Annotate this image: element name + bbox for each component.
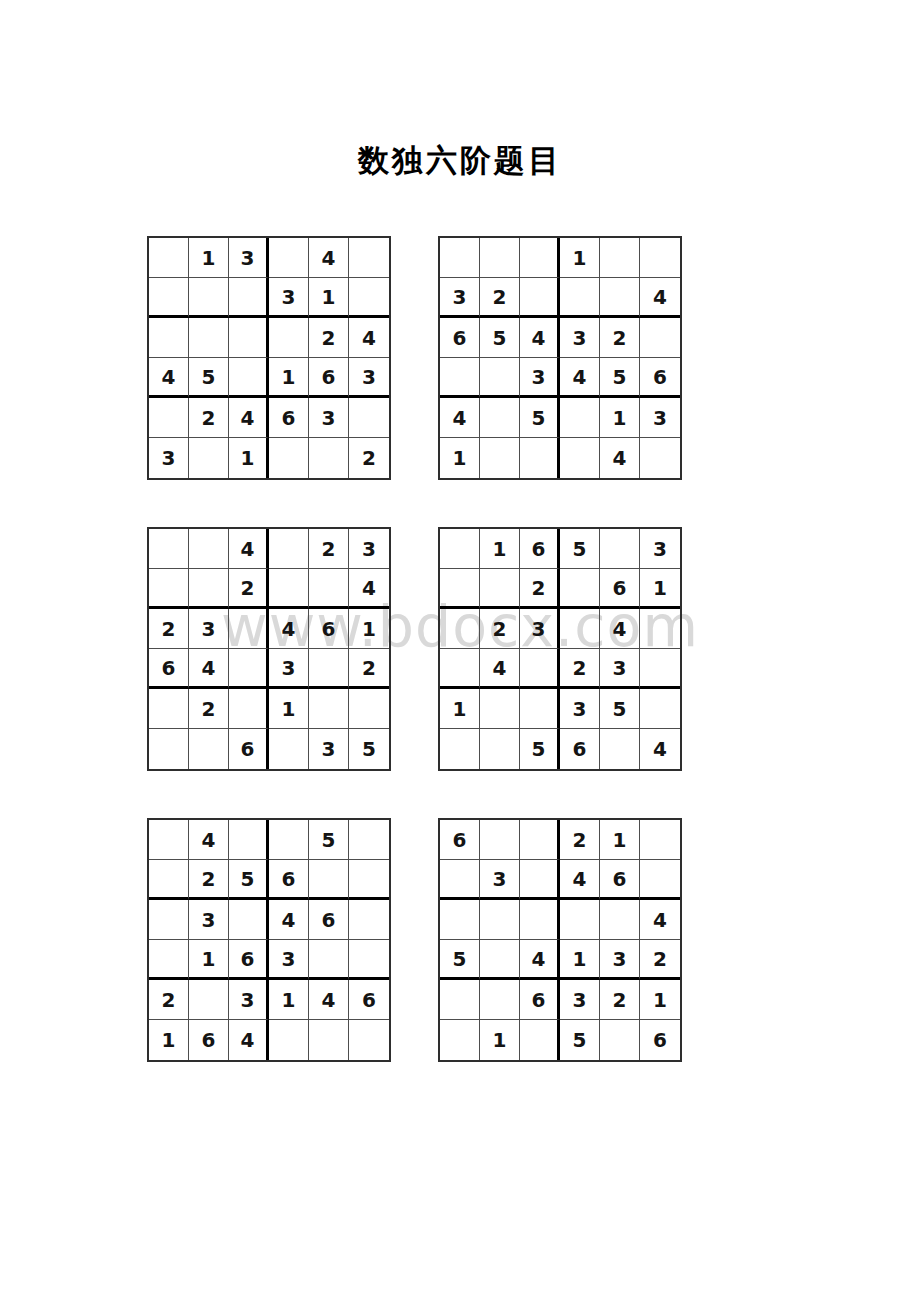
cell-r1c4-given: 2 (560, 820, 600, 860)
cell-r5c6-given: 1 (640, 980, 680, 1020)
cell-r3c6-empty (349, 900, 389, 940)
cell-r6c1-given: 1 (440, 438, 480, 478)
cell-r3c1-empty (440, 609, 480, 649)
cell-r1c1-empty (149, 238, 189, 278)
cell-r2c4-given: 4 (560, 860, 600, 900)
cell-r5c4-given: 3 (560, 689, 600, 729)
cell-r6c2-empty (480, 438, 520, 478)
cell-r1c5-empty (600, 529, 640, 569)
cell-r5c3-given: 6 (520, 980, 560, 1020)
cell-r2c1-empty (149, 860, 189, 900)
cell-r5c4-empty (560, 398, 600, 438)
cell-r6c6-given: 5 (349, 729, 389, 769)
cell-r2c2-given: 3 (480, 860, 520, 900)
cell-r1c6-empty (349, 820, 389, 860)
cell-r6c3-given: 6 (229, 729, 269, 769)
cell-r4c1-empty (440, 358, 480, 398)
cell-r4c6-given: 2 (640, 940, 680, 980)
cell-r5c6-empty (640, 689, 680, 729)
cell-r2c5-empty (309, 860, 349, 900)
cell-r1c4-empty (269, 529, 309, 569)
cell-r6c6-empty (349, 1020, 389, 1060)
cell-r5c2-empty (480, 980, 520, 1020)
cell-r4c3-empty (229, 649, 269, 689)
cell-r6c2-given: 1 (480, 1020, 520, 1060)
cell-r1c3-given: 4 (229, 529, 269, 569)
cell-r5c1-given: 4 (440, 398, 480, 438)
cell-r4c3-given: 3 (520, 358, 560, 398)
cell-r1c3-empty (520, 238, 560, 278)
cell-r3c4-empty (560, 900, 600, 940)
cell-r3c3-given: 3 (520, 609, 560, 649)
cell-r5c4-given: 3 (560, 980, 600, 1020)
cell-r6c3-given: 5 (520, 729, 560, 769)
cell-r4c5-empty (309, 940, 349, 980)
cell-r1c6-given: 3 (640, 529, 680, 569)
cell-r6c4-empty (560, 438, 600, 478)
cell-r5c5-given: 1 (600, 398, 640, 438)
cell-r1c5-given: 4 (309, 238, 349, 278)
cell-r4c2-given: 1 (189, 940, 229, 980)
cell-r1c4-empty (269, 238, 309, 278)
cell-r4c1-given: 6 (149, 649, 189, 689)
cell-r4c6-given: 2 (349, 649, 389, 689)
cell-r6c1-empty (440, 729, 480, 769)
cell-r5c6-empty (349, 689, 389, 729)
cell-r1c2-given: 1 (480, 529, 520, 569)
cell-r3c6-given: 4 (640, 900, 680, 940)
cell-r2c6-given: 4 (640, 278, 680, 318)
cell-r1c5-given: 5 (309, 820, 349, 860)
cell-r4c5-given: 5 (600, 358, 640, 398)
sudoku-grid-3: 4232423461643221635 (147, 527, 391, 771)
cell-r4c5-given: 3 (600, 649, 640, 689)
cell-r1c1-empty (149, 820, 189, 860)
cell-r2c2-given: 2 (189, 860, 229, 900)
cell-r2c2-given: 2 (480, 278, 520, 318)
cell-r2c4-given: 3 (269, 278, 309, 318)
cell-r1c3-given: 3 (229, 238, 269, 278)
cell-r3c2-empty (189, 318, 229, 358)
cell-r5c5-given: 2 (600, 980, 640, 1020)
cell-r2c5-empty (309, 569, 349, 609)
cell-r4c2-given: 4 (480, 649, 520, 689)
cell-r2c1-empty (440, 569, 480, 609)
cell-r3c3-given: 4 (520, 318, 560, 358)
cell-r1c6-empty (640, 238, 680, 278)
cell-r5c2-given: 2 (189, 689, 229, 729)
cell-r3c1-empty (149, 318, 189, 358)
cell-r2c2-empty (480, 569, 520, 609)
cell-r3c6-given: 1 (349, 609, 389, 649)
cell-r1c6-empty (640, 820, 680, 860)
cell-r2c6-empty (349, 278, 389, 318)
cell-r5c1-given: 1 (440, 689, 480, 729)
cell-r5c4-given: 1 (269, 980, 309, 1020)
cell-r5c2-given: 2 (189, 398, 229, 438)
cell-r1c1-empty (440, 529, 480, 569)
cell-r3c5-given: 6 (309, 609, 349, 649)
cell-r1c4-given: 1 (560, 238, 600, 278)
page-title: 数独六阶题目 (0, 140, 920, 182)
cell-r4c1-empty (149, 940, 189, 980)
cell-r3c1-given: 6 (440, 318, 480, 358)
cell-r3c6-empty (640, 318, 680, 358)
cell-r2c6-empty (640, 860, 680, 900)
cell-r6c5-given: 3 (309, 729, 349, 769)
cell-r5c5-given: 4 (309, 980, 349, 1020)
cell-r1c3-empty (520, 820, 560, 860)
cell-r6c3-empty (520, 1020, 560, 1060)
sudoku-grid-6: 6213464541326321156 (438, 818, 682, 1062)
cell-r3c5-given: 6 (309, 900, 349, 940)
cell-r5c2-empty (480, 398, 520, 438)
cell-r6c2-empty (189, 729, 229, 769)
cell-r6c3-given: 1 (229, 438, 269, 478)
cell-r3c4-given: 3 (560, 318, 600, 358)
cell-r5c2-empty (189, 980, 229, 1020)
cell-r2c2-empty (189, 569, 229, 609)
cell-r6c5-empty (309, 438, 349, 478)
cell-r6c1-given: 1 (149, 1020, 189, 1060)
cell-r6c5-empty (600, 729, 640, 769)
cell-r4c4-given: 2 (560, 649, 600, 689)
cell-r6c3-empty (520, 438, 560, 478)
cell-r3c2-given: 5 (480, 318, 520, 358)
cell-r5c3-given: 5 (520, 398, 560, 438)
cell-r2c1-given: 3 (440, 278, 480, 318)
cell-r5c4-given: 6 (269, 398, 309, 438)
cell-r2c6-empty (349, 860, 389, 900)
cell-r1c1-empty (149, 529, 189, 569)
cell-r6c4-empty (269, 1020, 309, 1060)
cell-r1c1-empty (440, 238, 480, 278)
cell-r1c2-given: 4 (189, 820, 229, 860)
cell-r2c4-empty (560, 569, 600, 609)
cell-r2c4-given: 6 (269, 860, 309, 900)
cell-r6c5-given: 4 (600, 438, 640, 478)
cell-r3c3-empty (520, 900, 560, 940)
cell-r5c3-empty (229, 689, 269, 729)
cell-r2c5-empty (600, 278, 640, 318)
cell-r3c6-empty (640, 609, 680, 649)
cell-r4c4-given: 1 (560, 940, 600, 980)
cell-r4c3-empty (520, 649, 560, 689)
cell-r6c2-given: 6 (189, 1020, 229, 1060)
cell-r6c4-empty (269, 438, 309, 478)
cell-r2c5-given: 6 (600, 569, 640, 609)
cell-r6c6-given: 2 (349, 438, 389, 478)
cell-r2c1-empty (440, 860, 480, 900)
cell-r5c6-given: 6 (349, 980, 389, 1020)
cell-r4c4-given: 3 (269, 649, 309, 689)
cell-r5c5-empty (309, 689, 349, 729)
cell-r1c6-given: 3 (349, 529, 389, 569)
cell-r4c3-empty (229, 358, 269, 398)
cell-r3c4-given: 4 (269, 900, 309, 940)
cell-r1c2-empty (189, 529, 229, 569)
cell-r4c6-given: 3 (349, 358, 389, 398)
cell-r6c5-empty (309, 1020, 349, 1060)
cell-r1c3-given: 6 (520, 529, 560, 569)
cell-r1c5-given: 2 (309, 529, 349, 569)
cell-r4c2-given: 5 (189, 358, 229, 398)
cell-r1c2-given: 1 (189, 238, 229, 278)
cell-r4c1-empty (440, 649, 480, 689)
cell-r4c5-empty (309, 649, 349, 689)
cell-r3c2-given: 3 (189, 609, 229, 649)
cell-r1c4-empty (269, 820, 309, 860)
cell-r4c2-given: 4 (189, 649, 229, 689)
cell-r3c4-empty (560, 609, 600, 649)
cell-r6c1-empty (440, 1020, 480, 1060)
cell-r5c3-empty (520, 689, 560, 729)
cell-r4c1-given: 5 (440, 940, 480, 980)
cell-r4c6-given: 6 (640, 358, 680, 398)
cell-r2c3-given: 5 (229, 860, 269, 900)
cell-r4c2-empty (480, 358, 520, 398)
cell-r6c2-empty (480, 729, 520, 769)
sudoku-grid-1: 1343124451632463312 (147, 236, 391, 480)
cell-r6c3-given: 4 (229, 1020, 269, 1060)
cell-r2c2-empty (189, 278, 229, 318)
cell-r3c4-given: 4 (269, 609, 309, 649)
cell-r3c1-empty (149, 900, 189, 940)
cell-r2c6-given: 1 (640, 569, 680, 609)
cell-r2c5-given: 1 (309, 278, 349, 318)
cell-r4c6-empty (640, 649, 680, 689)
cell-r6c5-empty (600, 1020, 640, 1060)
cell-r2c3-given: 2 (520, 569, 560, 609)
cell-r2c3-empty (229, 278, 269, 318)
sudoku-grid-4: 1653261234423135564 (438, 527, 682, 771)
cell-r4c6-empty (349, 940, 389, 980)
cell-r6c4-empty (269, 729, 309, 769)
cell-r2c1-empty (149, 569, 189, 609)
cell-r1c3-empty (229, 820, 269, 860)
cell-r3c5-empty (600, 900, 640, 940)
cell-r1c4-given: 5 (560, 529, 600, 569)
cell-r3c2-empty (480, 900, 520, 940)
cell-r2c1-empty (149, 278, 189, 318)
cell-r2c4-empty (560, 278, 600, 318)
cell-r3c1-empty (440, 900, 480, 940)
cell-r4c4-given: 3 (269, 940, 309, 980)
cell-r4c4-given: 1 (269, 358, 309, 398)
cell-r2c4-empty (269, 569, 309, 609)
cell-r5c6-empty (349, 398, 389, 438)
cell-r3c2-given: 3 (189, 900, 229, 940)
cell-r6c6-given: 6 (640, 1020, 680, 1060)
cell-r2c5-given: 6 (600, 860, 640, 900)
cell-r4c5-given: 3 (600, 940, 640, 980)
cell-r1c1-given: 6 (440, 820, 480, 860)
cell-r6c1-given: 3 (149, 438, 189, 478)
cell-r2c3-given: 2 (229, 569, 269, 609)
cell-r6c1-empty (149, 729, 189, 769)
cell-r4c3-given: 6 (229, 940, 269, 980)
cell-r5c5-given: 3 (309, 398, 349, 438)
cell-r3c3-empty (229, 609, 269, 649)
cell-r5c1-empty (440, 980, 480, 1020)
cell-r3c5-given: 2 (309, 318, 349, 358)
cell-r5c1-given: 2 (149, 980, 189, 1020)
cell-r6c4-given: 5 (560, 1020, 600, 1060)
cell-r3c1-given: 2 (149, 609, 189, 649)
cell-r3c2-given: 2 (480, 609, 520, 649)
cell-r2c6-given: 4 (349, 569, 389, 609)
cell-r6c6-given: 4 (640, 729, 680, 769)
cell-r5c1-empty (149, 398, 189, 438)
cell-r3c4-empty (269, 318, 309, 358)
cell-r4c1-given: 4 (149, 358, 189, 398)
cell-r3c3-empty (229, 318, 269, 358)
cell-r1c2-empty (480, 820, 520, 860)
cell-r3c3-empty (229, 900, 269, 940)
cell-r4c2-empty (480, 940, 520, 980)
cell-r1c5-given: 1 (600, 820, 640, 860)
cell-r1c2-empty (480, 238, 520, 278)
cell-r5c6-given: 3 (640, 398, 680, 438)
cell-r2c3-empty (520, 860, 560, 900)
sudoku-grid-2: 1324654323456451314 (438, 236, 682, 480)
cell-r6c2-empty (189, 438, 229, 478)
cell-r5c3-given: 4 (229, 398, 269, 438)
cell-r5c2-empty (480, 689, 520, 729)
cell-r2c3-empty (520, 278, 560, 318)
cell-r5c1-empty (149, 689, 189, 729)
cell-r3c6-given: 4 (349, 318, 389, 358)
cell-r3c5-given: 4 (600, 609, 640, 649)
cell-r6c4-given: 6 (560, 729, 600, 769)
cell-r6c6-empty (640, 438, 680, 478)
cell-r1c6-empty (349, 238, 389, 278)
cell-r1c5-empty (600, 238, 640, 278)
cell-r4c3-given: 4 (520, 940, 560, 980)
cell-r5c3-given: 3 (229, 980, 269, 1020)
cell-r5c4-given: 1 (269, 689, 309, 729)
cell-r5c5-given: 5 (600, 689, 640, 729)
sudoku-grid-5: 4525634616323146164 (147, 818, 391, 1062)
cell-r4c4-given: 4 (560, 358, 600, 398)
cell-r3c5-given: 2 (600, 318, 640, 358)
cell-r4c5-given: 6 (309, 358, 349, 398)
